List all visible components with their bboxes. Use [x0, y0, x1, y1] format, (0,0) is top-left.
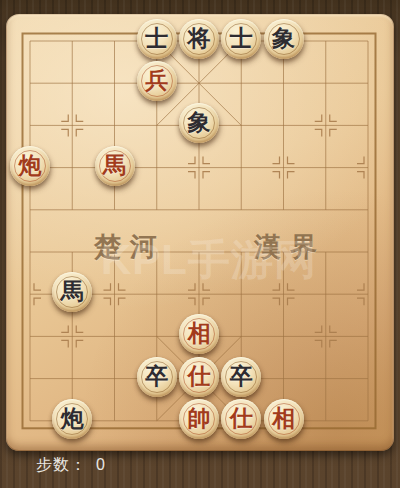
piece-black-general[interactable]: 将	[179, 19, 219, 59]
piece-black-elephant[interactable]: 象	[264, 19, 304, 59]
piece-glyph: 馬	[95, 146, 135, 186]
river-label-chu: 楚河	[94, 230, 166, 264]
piece-glyph: 将	[179, 19, 219, 59]
piece-glyph: 相	[179, 314, 219, 354]
piece-black-horse[interactable]: 馬	[52, 272, 92, 312]
piece-black-advisor[interactable]: 士	[221, 19, 261, 59]
piece-glyph: 象	[264, 19, 304, 59]
piece-glyph: 士	[221, 19, 261, 59]
piece-glyph: 兵	[137, 61, 177, 101]
piece-red-advisor[interactable]: 仕	[179, 357, 219, 397]
piece-glyph: 炮	[52, 399, 92, 439]
river-label-han: 漢界	[254, 230, 326, 264]
game-screen: 楚河 漢界 KPL手游网 士将士象兵象炮馬馬相卒仕卒炮帥仕相 步数：0	[0, 0, 400, 488]
piece-black-elephant[interactable]: 象	[179, 103, 219, 143]
piece-glyph: 馬	[52, 272, 92, 312]
piece-glyph: 仕	[221, 399, 261, 439]
xiangqi-board[interactable]: 楚河 漢界 KPL手游网 士将士象兵象炮馬馬相卒仕卒炮帥仕相	[6, 14, 394, 451]
piece-glyph: 象	[179, 103, 219, 143]
status-bar: 步数：0	[36, 453, 106, 477]
piece-glyph: 卒	[137, 357, 177, 397]
piece-glyph: 仕	[179, 357, 219, 397]
piece-red-cannon[interactable]: 炮	[10, 146, 50, 186]
piece-red-elephant[interactable]: 相	[179, 314, 219, 354]
piece-black-soldier[interactable]: 卒	[137, 357, 177, 397]
piece-red-soldier[interactable]: 兵	[137, 61, 177, 101]
move-count-label: 步数：	[36, 456, 87, 473]
piece-black-advisor[interactable]: 士	[137, 19, 177, 59]
piece-black-cannon[interactable]: 炮	[52, 399, 92, 439]
piece-glyph: 帥	[179, 399, 219, 439]
piece-glyph: 卒	[221, 357, 261, 397]
piece-glyph: 炮	[10, 146, 50, 186]
piece-red-horse[interactable]: 馬	[95, 146, 135, 186]
move-count-value: 0	[96, 456, 106, 473]
piece-glyph: 士	[137, 19, 177, 59]
piece-red-elephant[interactable]: 相	[264, 399, 304, 439]
piece-black-soldier[interactable]: 卒	[221, 357, 261, 397]
piece-glyph: 相	[264, 399, 304, 439]
piece-red-advisor[interactable]: 仕	[221, 399, 261, 439]
piece-red-general[interactable]: 帥	[179, 399, 219, 439]
